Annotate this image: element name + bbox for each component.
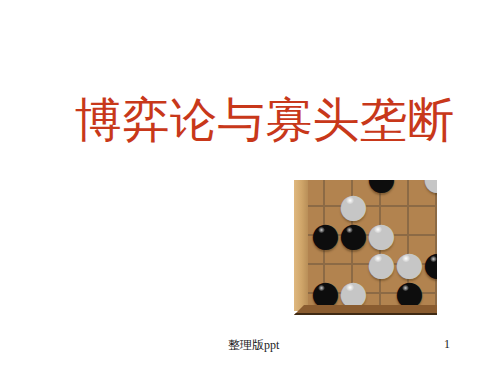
white-stone: ●	[339, 280, 365, 306]
white-stone: ●	[367, 251, 393, 277]
board-bottom-edge	[294, 305, 437, 315]
board-left-edge	[294, 180, 308, 311]
go-board-grid: ●●●●●●●●●●●●	[308, 180, 437, 307]
black-stone: ●	[395, 280, 421, 306]
grid-line-horizontal	[308, 205, 437, 207]
presentation-slide: 博弈论与寡头垄断 ●●●●●●●●●●●● 整理版ppt 1	[0, 0, 500, 375]
page-number: 1	[444, 337, 450, 352]
black-stone: ●	[311, 222, 337, 248]
footer-text: 整理版ppt	[228, 337, 279, 354]
white-stone: ●	[423, 180, 437, 191]
slide-title: 博弈论与寡头垄断	[75, 92, 455, 148]
black-stone: ●	[367, 180, 393, 191]
black-stone: ●	[423, 251, 437, 277]
go-board-image: ●●●●●●●●●●●●	[294, 180, 437, 315]
black-stone: ●	[339, 222, 365, 248]
black-stone: ●	[311, 280, 337, 306]
